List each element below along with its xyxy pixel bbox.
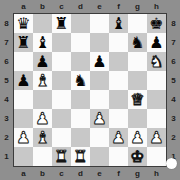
square-a5[interactable]: ♟ <box>14 71 33 90</box>
file-label-c: c <box>52 0 71 13</box>
file-label-b: b <box>33 0 52 13</box>
square-b2[interactable]: ♝ <box>33 128 52 147</box>
square-e8[interactable] <box>90 14 109 33</box>
square-f1[interactable] <box>109 147 128 166</box>
square-c7[interactable] <box>52 33 71 52</box>
black-queen: ♛ <box>16 14 30 33</box>
rank-label-5: 5 <box>167 71 180 90</box>
rank-label-2: 2 <box>167 128 180 147</box>
white-to-move-indicator <box>166 158 177 169</box>
square-c4[interactable] <box>52 90 71 109</box>
file-label-d: d <box>71 0 90 13</box>
square-b5[interactable]: ♝ <box>33 71 52 90</box>
black-pawn: ♟ <box>92 52 106 71</box>
square-d3[interactable] <box>71 109 90 128</box>
square-c8[interactable]: ♜ <box>52 14 71 33</box>
square-h7[interactable]: ♟ <box>147 33 166 52</box>
square-e6[interactable]: ♟ <box>90 52 109 71</box>
square-b7[interactable]: ♝ <box>33 33 52 52</box>
square-h3[interactable] <box>147 109 166 128</box>
rank-labels-right: 87654321 <box>167 14 180 166</box>
rank-label-4: 4 <box>0 90 13 109</box>
white-pawn: ♟ <box>35 109 49 128</box>
file-label-f: f <box>109 167 128 180</box>
square-g7[interactable]: ♞ <box>128 33 147 52</box>
square-e5[interactable] <box>90 71 109 90</box>
square-d8[interactable] <box>71 14 90 33</box>
square-a8[interactable]: ♛ <box>14 14 33 33</box>
rank-label-6: 6 <box>167 52 180 71</box>
square-h6[interactable]: ♞ <box>147 52 166 71</box>
square-c2[interactable] <box>52 128 71 147</box>
black-rook: ♜ <box>54 14 68 33</box>
square-a3[interactable] <box>14 109 33 128</box>
file-label-a: a <box>14 0 33 13</box>
square-b4[interactable] <box>33 90 52 109</box>
file-label-h: h <box>147 167 166 180</box>
square-f4[interactable] <box>109 90 128 109</box>
square-a1[interactable] <box>14 147 33 166</box>
white-rook: ♜ <box>73 147 87 166</box>
chess-board: ♛♜♝♚♜♝♞♟♟♟♞♟♝♞♛♟♟♟♝♟♟♟♜♜♚ <box>13 13 167 167</box>
black-pawn: ♟ <box>16 71 30 90</box>
black-pawn: ♟ <box>35 52 49 71</box>
square-e2[interactable] <box>90 128 109 147</box>
square-f2[interactable]: ♟ <box>109 128 128 147</box>
black-bishop: ♝ <box>35 33 49 52</box>
file-label-d: d <box>71 167 90 180</box>
rank-label-8: 8 <box>0 14 13 33</box>
rank-label-1: 1 <box>0 147 13 166</box>
file-label-f: f <box>109 0 128 13</box>
square-a7[interactable]: ♜ <box>14 33 33 52</box>
white-king: ♚ <box>130 147 144 166</box>
square-f8[interactable]: ♝ <box>109 14 128 33</box>
file-label-h: h <box>147 0 166 13</box>
rank-labels-left: 87654321 <box>0 14 13 166</box>
square-e1[interactable] <box>90 147 109 166</box>
square-g2[interactable]: ♟ <box>128 128 147 147</box>
black-bishop: ♝ <box>111 14 125 33</box>
square-f7[interactable] <box>109 33 128 52</box>
white-pawn: ♟ <box>149 128 163 147</box>
square-b1[interactable] <box>33 147 52 166</box>
rank-label-6: 6 <box>0 52 13 71</box>
square-b3[interactable]: ♟ <box>33 109 52 128</box>
file-label-b: b <box>33 167 52 180</box>
square-g5[interactable] <box>128 71 147 90</box>
black-knight: ♞ <box>73 71 87 90</box>
square-g3[interactable] <box>128 109 147 128</box>
black-rook: ♜ <box>16 33 30 52</box>
rank-label-2: 2 <box>0 128 13 147</box>
rank-label-4: 4 <box>167 90 180 109</box>
square-b8[interactable] <box>33 14 52 33</box>
square-e3[interactable]: ♟ <box>90 109 109 128</box>
file-label-e: e <box>90 167 109 180</box>
rank-label-3: 3 <box>0 109 13 128</box>
rank-label-7: 7 <box>0 33 13 52</box>
square-g4[interactable]: ♛ <box>128 90 147 109</box>
square-e4[interactable] <box>90 90 109 109</box>
white-bishop: ♝ <box>35 128 49 147</box>
white-rook: ♜ <box>54 147 68 166</box>
white-pawn: ♟ <box>16 128 30 147</box>
rank-label-7: 7 <box>167 33 180 52</box>
square-c1[interactable]: ♜ <box>52 147 71 166</box>
square-g1[interactable]: ♚ <box>128 147 147 166</box>
rank-label-3: 3 <box>167 109 180 128</box>
square-d5[interactable]: ♞ <box>71 71 90 90</box>
white-bishop: ♝ <box>35 71 49 90</box>
chess-diagram-frame: abcdefgh abcdefgh 87654321 87654321 ♛♜♝♚… <box>0 0 180 180</box>
white-knight: ♞ <box>149 52 163 71</box>
file-label-c: c <box>52 167 71 180</box>
file-label-e: e <box>90 0 109 13</box>
black-pawn: ♟ <box>149 33 163 52</box>
file-label-g: g <box>128 167 147 180</box>
square-a2[interactable]: ♟ <box>14 128 33 147</box>
file-labels-top: abcdefgh <box>14 0 166 13</box>
square-c5[interactable] <box>52 71 71 90</box>
black-king: ♚ <box>149 14 163 33</box>
square-g8[interactable] <box>128 14 147 33</box>
file-label-g: g <box>128 0 147 13</box>
square-b6[interactable]: ♟ <box>33 52 52 71</box>
square-d4[interactable] <box>71 90 90 109</box>
rank-label-5: 5 <box>0 71 13 90</box>
square-d1[interactable]: ♜ <box>71 147 90 166</box>
white-queen: ♛ <box>130 90 144 109</box>
square-c3[interactable] <box>52 109 71 128</box>
square-a4[interactable] <box>14 90 33 109</box>
white-pawn: ♟ <box>111 128 125 147</box>
square-f6[interactable] <box>109 52 128 71</box>
rank-label-8: 8 <box>167 14 180 33</box>
square-h1[interactable] <box>147 147 166 166</box>
square-d2[interactable] <box>71 128 90 147</box>
square-e7[interactable] <box>90 33 109 52</box>
square-h4[interactable] <box>147 90 166 109</box>
square-f3[interactable] <box>109 109 128 128</box>
square-c6[interactable] <box>52 52 71 71</box>
file-label-a: a <box>14 167 33 180</box>
white-pawn: ♟ <box>130 128 144 147</box>
black-knight: ♞ <box>130 33 144 52</box>
square-f5[interactable] <box>109 71 128 90</box>
white-pawn: ♟ <box>92 109 106 128</box>
square-h5[interactable] <box>147 71 166 90</box>
square-h2[interactable]: ♟ <box>147 128 166 147</box>
square-g6[interactable] <box>128 52 147 71</box>
square-a6[interactable] <box>14 52 33 71</box>
square-d6[interactable] <box>71 52 90 71</box>
square-h8[interactable]: ♚ <box>147 14 166 33</box>
file-labels-bottom: abcdefgh <box>14 167 166 180</box>
square-d7[interactable] <box>71 33 90 52</box>
